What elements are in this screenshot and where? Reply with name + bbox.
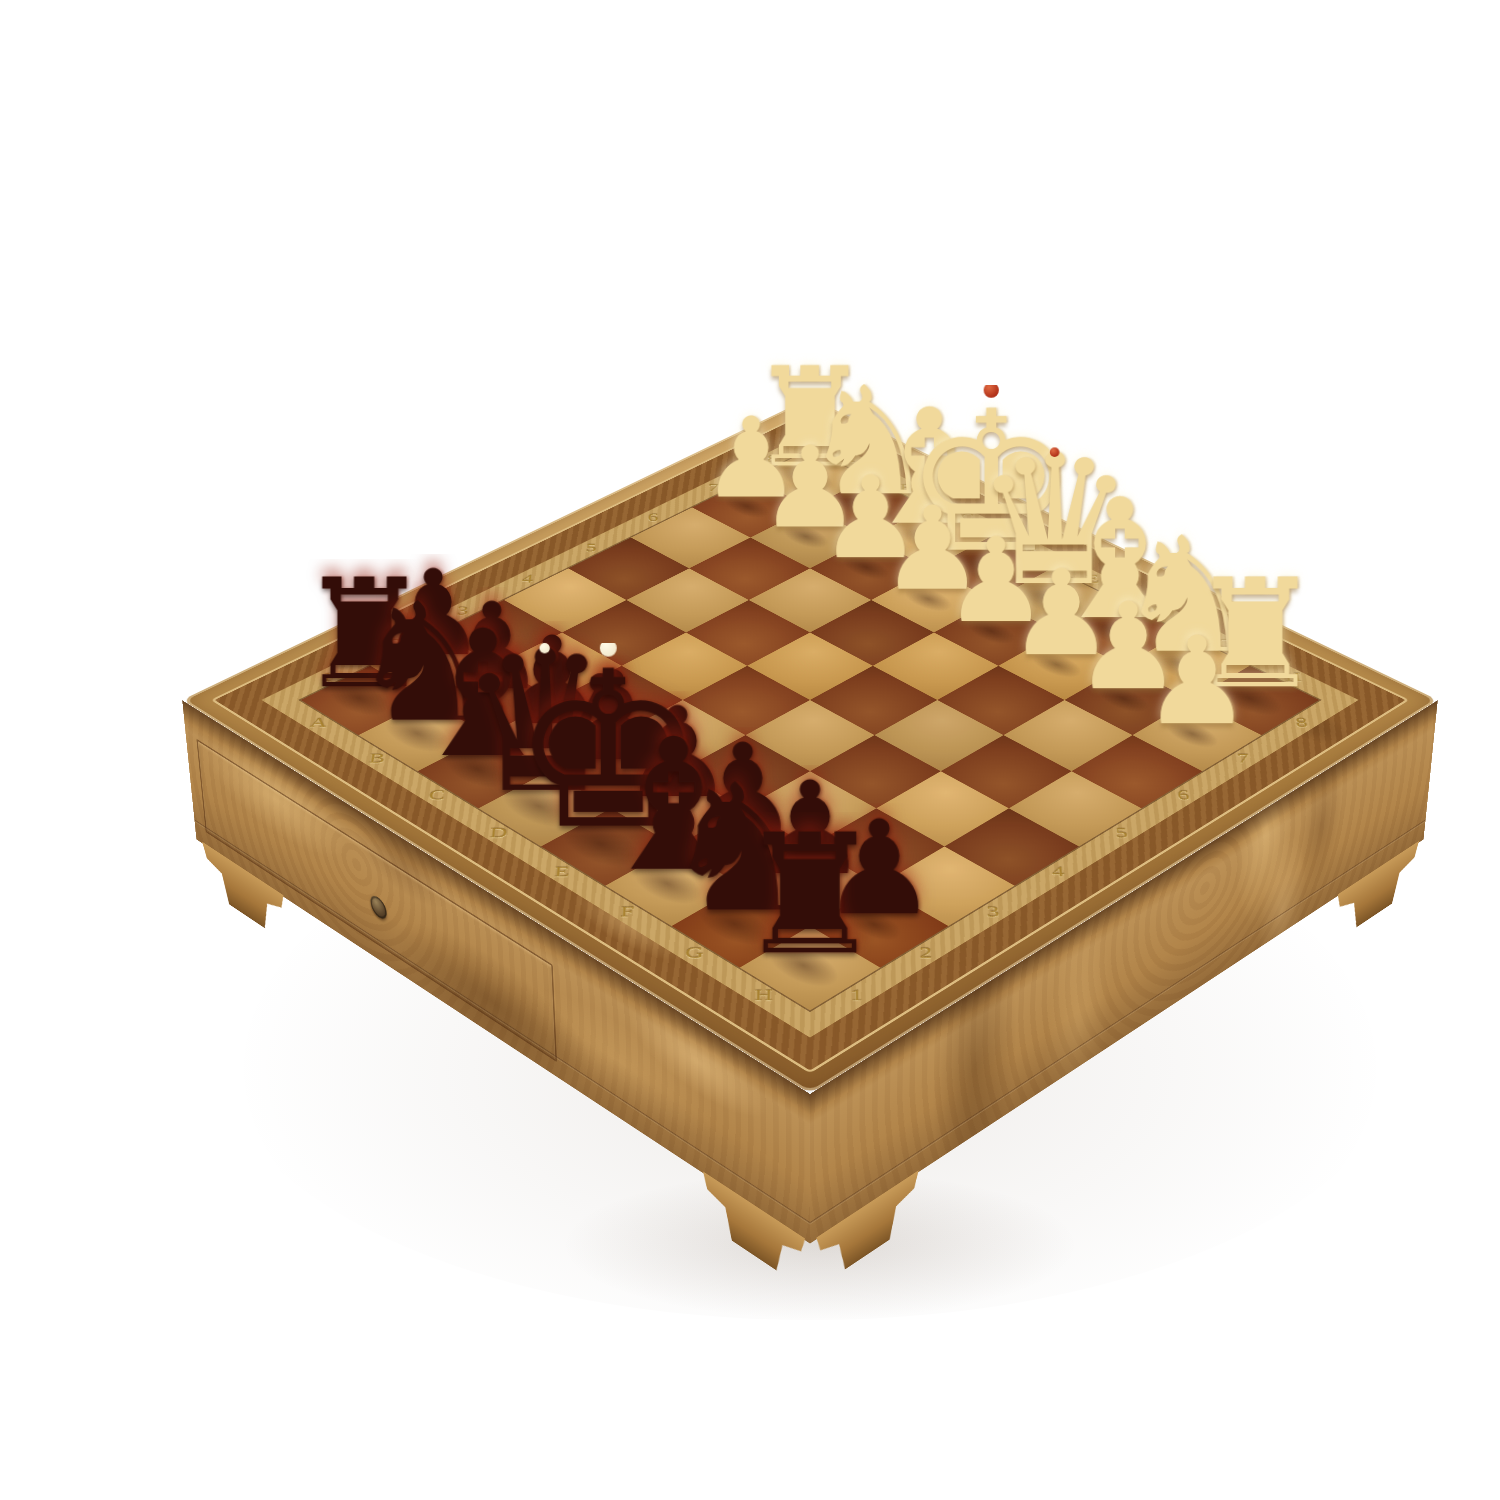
- file-label-c-back: C: [960, 512, 975, 524]
- file-label-d-back: D: [1021, 542, 1038, 555]
- dark-R-glyph: ♜: [611, 812, 1008, 977]
- rank-label-7-left: 7: [708, 482, 719, 494]
- ivory-finial-icon: [600, 640, 617, 657]
- file-label-e-back: E: [1085, 573, 1100, 586]
- red-amber-finial-icon: [1050, 447, 1060, 457]
- rank-label-6-left: 6: [647, 512, 658, 524]
- product-photo-stage: AABBCCDDEEFFGGHH1122334455667788 ♜♞♝♚♛♝♞…: [0, 0, 1500, 1500]
- cream-P-glyph: ♟: [1015, 621, 1380, 743]
- rank-label-8-left: 8: [767, 453, 778, 465]
- red-amber-finial-icon: [984, 383, 999, 398]
- file-label-b-back: B: [899, 482, 914, 494]
- rank-label-5-left: 5: [585, 542, 597, 555]
- file-label-a-back: A: [840, 453, 855, 465]
